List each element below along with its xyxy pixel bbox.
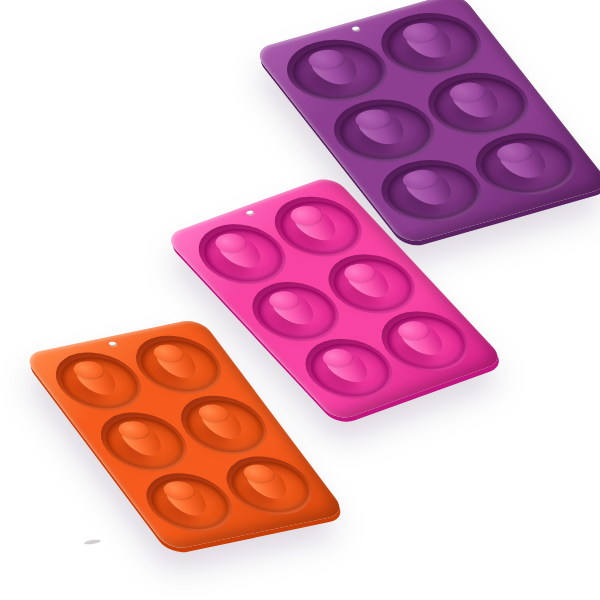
- center-post: [494, 142, 554, 182]
- center-post: [241, 466, 294, 502]
- backdrop-scratch: [84, 539, 101, 545]
- center-post: [320, 348, 376, 387]
- center-post: [71, 362, 124, 398]
- center-post: [342, 263, 398, 302]
- center-post: [396, 321, 452, 360]
- center-post: [400, 22, 460, 62]
- center-post: [447, 82, 507, 122]
- center-post: [353, 109, 413, 149]
- center-post: [213, 233, 269, 272]
- center-post: [116, 422, 169, 458]
- center-post: [400, 169, 460, 209]
- center-post: [196, 406, 249, 442]
- center-post: [266, 291, 322, 330]
- center-post: [151, 345, 204, 381]
- center-post: [289, 206, 345, 245]
- product-photo-canvas: [0, 0, 600, 600]
- center-post: [161, 483, 214, 519]
- center-post: [306, 49, 366, 89]
